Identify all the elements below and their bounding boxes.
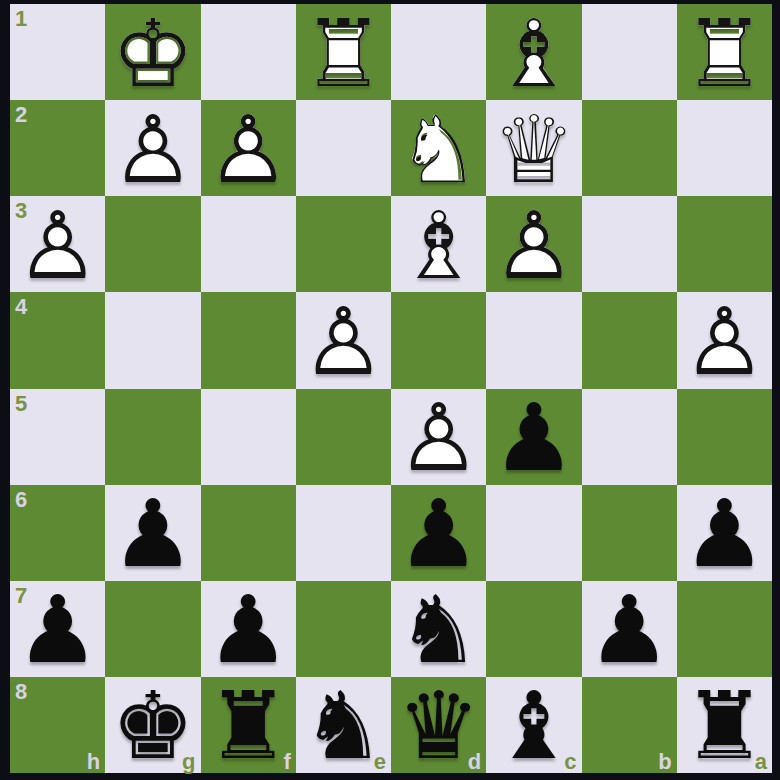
square-a1[interactable]: ♜♖ xyxy=(677,4,772,100)
black-rook[interactable]: ♜ xyxy=(677,679,772,775)
square-b6[interactable] xyxy=(582,485,677,581)
white-pawn[interactable]: ♟♙ xyxy=(391,391,486,487)
board-frame: 1♚♔♜♖♝♗♜♖2♟♙♟♙♞♘♛♕3♟♙♝♗♟♙4♟♙♟♙5♟♙♟6♟♟♟7♟… xyxy=(0,0,780,780)
black-knight[interactable]: ♞ xyxy=(391,583,486,679)
square-e3[interactable] xyxy=(296,196,391,292)
square-c7[interactable] xyxy=(486,581,581,677)
square-f8[interactable]: f♜ xyxy=(201,677,296,773)
white-queen[interactable]: ♛♕ xyxy=(486,102,581,198)
square-g6[interactable]: ♟ xyxy=(105,485,200,581)
square-f3[interactable] xyxy=(201,196,296,292)
black-pawn[interactable]: ♟ xyxy=(486,391,581,487)
square-f6[interactable] xyxy=(201,485,296,581)
square-g3[interactable] xyxy=(105,196,200,292)
square-c5[interactable]: ♟ xyxy=(486,389,581,485)
square-f1[interactable] xyxy=(201,4,296,100)
square-a5[interactable] xyxy=(677,389,772,485)
square-f5[interactable] xyxy=(201,389,296,485)
square-e6[interactable] xyxy=(296,485,391,581)
black-bishop[interactable]: ♝ xyxy=(486,679,581,775)
square-h4[interactable]: 4 xyxy=(10,292,105,388)
square-d3[interactable]: ♝♗ xyxy=(391,196,486,292)
rank-label-2: 2 xyxy=(15,104,27,126)
square-a6[interactable]: ♟ xyxy=(677,485,772,581)
piece-line-layer: ♙ xyxy=(677,294,772,390)
square-c3[interactable]: ♟♙ xyxy=(486,196,581,292)
square-h5[interactable]: 5 xyxy=(10,389,105,485)
square-g1[interactable]: ♚♔ xyxy=(105,4,200,100)
black-pawn[interactable]: ♟ xyxy=(391,487,486,583)
white-pawn[interactable]: ♟♙ xyxy=(296,294,391,390)
square-h6[interactable]: 6 xyxy=(10,485,105,581)
square-g2[interactable]: ♟♙ xyxy=(105,100,200,196)
rank-label-6: 6 xyxy=(15,489,27,511)
square-c1[interactable]: ♝♗ xyxy=(486,4,581,100)
square-b4[interactable] xyxy=(582,292,677,388)
square-d4[interactable] xyxy=(391,292,486,388)
piece-line-layer: ♙ xyxy=(105,102,200,198)
rank-label-1: 1 xyxy=(15,8,27,30)
square-d1[interactable] xyxy=(391,4,486,100)
square-h7[interactable]: 7♟ xyxy=(10,581,105,677)
square-h8[interactable]: 8h xyxy=(10,677,105,773)
square-b2[interactable] xyxy=(582,100,677,196)
white-rook[interactable]: ♜♖ xyxy=(677,6,772,102)
square-g8[interactable]: g♚ xyxy=(105,677,200,773)
black-queen[interactable]: ♛ xyxy=(391,679,486,775)
chess-board: 1♚♔♜♖♝♗♜♖2♟♙♟♙♞♘♛♕3♟♙♝♗♟♙4♟♙♟♙5♟♙♟6♟♟♟7♟… xyxy=(10,4,772,773)
square-g4[interactable] xyxy=(105,292,200,388)
square-e8[interactable]: e♞ xyxy=(296,677,391,773)
square-g7[interactable] xyxy=(105,581,200,677)
white-rook[interactable]: ♜♖ xyxy=(296,6,391,102)
black-pawn[interactable]: ♟ xyxy=(105,487,200,583)
square-e5[interactable] xyxy=(296,389,391,485)
piece-line-layer: ♙ xyxy=(486,198,581,294)
square-g5[interactable] xyxy=(105,389,200,485)
square-b3[interactable] xyxy=(582,196,677,292)
square-b7[interactable]: ♟ xyxy=(582,581,677,677)
square-d5[interactable]: ♟♙ xyxy=(391,389,486,485)
square-a4[interactable]: ♟♙ xyxy=(677,292,772,388)
piece-line-layer: ♙ xyxy=(10,198,105,294)
black-rook[interactable]: ♜ xyxy=(201,679,296,775)
square-f7[interactable]: ♟ xyxy=(201,581,296,677)
square-b8[interactable]: b xyxy=(582,677,677,773)
square-h3[interactable]: 3♟♙ xyxy=(10,196,105,292)
square-a2[interactable] xyxy=(677,100,772,196)
piece-line-layer: ♕ xyxy=(486,102,581,198)
square-b5[interactable] xyxy=(582,389,677,485)
piece-line-layer: ♙ xyxy=(391,391,486,487)
piece-line-layer: ♙ xyxy=(296,294,391,390)
square-f4[interactable] xyxy=(201,292,296,388)
square-d8[interactable]: d♛ xyxy=(391,677,486,773)
piece-line-layer: ♗ xyxy=(486,6,581,102)
piece-line-layer: ♙ xyxy=(201,102,296,198)
square-e1[interactable]: ♜♖ xyxy=(296,4,391,100)
square-d6[interactable]: ♟ xyxy=(391,485,486,581)
square-d2[interactable]: ♞♘ xyxy=(391,100,486,196)
square-h1[interactable]: 1 xyxy=(10,4,105,100)
square-c2[interactable]: ♛♕ xyxy=(486,100,581,196)
white-bishop[interactable]: ♝♗ xyxy=(486,6,581,102)
square-f2[interactable]: ♟♙ xyxy=(201,100,296,196)
piece-line-layer: ♔ xyxy=(105,6,200,102)
square-a8[interactable]: a♜ xyxy=(677,677,772,773)
white-pawn[interactable]: ♟♙ xyxy=(10,198,105,294)
black-king[interactable]: ♚ xyxy=(105,679,200,775)
black-pawn[interactable]: ♟ xyxy=(10,583,105,679)
file-label-h: h xyxy=(87,751,100,773)
square-a3[interactable] xyxy=(677,196,772,292)
square-e7[interactable] xyxy=(296,581,391,677)
black-knight[interactable]: ♞ xyxy=(296,679,391,775)
black-pawn[interactable]: ♟ xyxy=(677,487,772,583)
white-king[interactable]: ♚♔ xyxy=(105,6,200,102)
piece-line-layer: ♖ xyxy=(677,6,772,102)
square-c6[interactable] xyxy=(486,485,581,581)
square-c8[interactable]: c♝ xyxy=(486,677,581,773)
black-pawn[interactable]: ♟ xyxy=(201,583,296,679)
square-a7[interactable] xyxy=(677,581,772,677)
square-e4[interactable]: ♟♙ xyxy=(296,292,391,388)
white-pawn[interactable]: ♟♙ xyxy=(677,294,772,390)
piece-line-layer: ♗ xyxy=(391,198,486,294)
piece-line-layer: ♖ xyxy=(296,6,391,102)
rank-label-5: 5 xyxy=(15,393,27,415)
white-pawn[interactable]: ♟♙ xyxy=(105,102,200,198)
square-h2[interactable]: 2 xyxy=(10,100,105,196)
black-pawn[interactable]: ♟ xyxy=(582,583,677,679)
white-bishop[interactable]: ♝♗ xyxy=(391,198,486,294)
square-b1[interactable] xyxy=(582,4,677,100)
white-pawn[interactable]: ♟♙ xyxy=(201,102,296,198)
file-label-b: b xyxy=(658,751,671,773)
square-d7[interactable]: ♞ xyxy=(391,581,486,677)
square-e2[interactable] xyxy=(296,100,391,196)
white-knight[interactable]: ♞♘ xyxy=(391,102,486,198)
piece-line-layer: ♘ xyxy=(391,102,486,198)
square-c4[interactable] xyxy=(486,292,581,388)
white-pawn[interactable]: ♟♙ xyxy=(486,198,581,294)
